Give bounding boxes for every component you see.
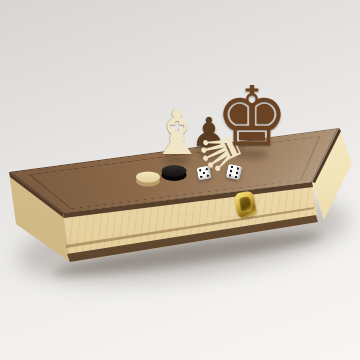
chess-box-photo: ♝ ♟ ♛ ♚ — [0, 0, 360, 360]
cream-checker-top — [136, 172, 160, 183]
cream-checker — [136, 172, 160, 183]
dark-king: ♚ — [215, 76, 289, 158]
die-1 — [196, 165, 211, 180]
black-checker-top — [162, 165, 187, 177]
die-2 — [226, 164, 243, 181]
black-checker — [162, 165, 187, 177]
brass-clasp — [234, 191, 257, 219]
